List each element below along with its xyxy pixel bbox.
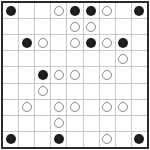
cell-r9c7[interactable] xyxy=(100,132,115,147)
cell-r1c6[interactable] xyxy=(84,3,99,18)
cell-r4c5[interactable] xyxy=(67,51,82,66)
cell-r2c9[interactable] xyxy=(132,19,147,34)
cell-r5c8[interactable] xyxy=(116,67,131,82)
cell-r6c1[interactable] xyxy=(3,84,18,99)
cell-r9c5[interactable] xyxy=(67,132,82,147)
cell-r9c8[interactable] xyxy=(116,132,131,147)
cell-r5c6[interactable] xyxy=(84,67,99,82)
white-pearl xyxy=(102,134,112,144)
cell-r1c2[interactable] xyxy=(19,3,34,18)
white-pearl xyxy=(70,22,80,32)
black-pearl xyxy=(6,6,16,16)
cell-r4c3[interactable] xyxy=(35,51,50,66)
cell-r1c4[interactable] xyxy=(51,3,66,18)
cell-r8c4[interactable] xyxy=(51,116,66,131)
cell-r3c8[interactable] xyxy=(116,35,131,50)
cell-r1c5[interactable] xyxy=(67,3,82,18)
masyu-board xyxy=(1,1,149,149)
cell-r8c9[interactable] xyxy=(132,116,147,131)
cell-r7c9[interactable] xyxy=(132,100,147,115)
cell-r7c7[interactable] xyxy=(100,100,115,115)
cell-r5c4[interactable] xyxy=(51,67,66,82)
white-pearl xyxy=(70,38,80,48)
white-pearl xyxy=(54,102,64,112)
cell-r5c1[interactable] xyxy=(3,67,18,82)
black-pearl xyxy=(38,70,48,80)
cell-r3c5[interactable] xyxy=(67,35,82,50)
cell-r3c3[interactable] xyxy=(35,35,50,50)
cell-r6c2[interactable] xyxy=(19,84,34,99)
cell-r7c3[interactable] xyxy=(35,100,50,115)
cell-r2c1[interactable] xyxy=(3,19,18,34)
black-pearl xyxy=(86,6,96,16)
cell-r4c1[interactable] xyxy=(3,51,18,66)
cell-r7c5[interactable] xyxy=(67,100,82,115)
cell-r5c3[interactable] xyxy=(35,67,50,82)
cell-r6c3[interactable] xyxy=(35,84,50,99)
white-pearl xyxy=(118,102,128,112)
cell-r9c3[interactable] xyxy=(35,132,50,147)
cell-r1c8[interactable] xyxy=(116,3,131,18)
cell-r2c6[interactable] xyxy=(84,19,99,34)
white-pearl xyxy=(102,38,112,48)
cell-r9c4[interactable] xyxy=(51,132,66,147)
cell-r9c2[interactable] xyxy=(19,132,34,147)
cell-r3c9[interactable] xyxy=(132,35,147,50)
cell-r9c6[interactable] xyxy=(84,132,99,147)
cell-r3c2[interactable] xyxy=(19,35,34,50)
black-pearl xyxy=(70,6,80,16)
cell-r4c4[interactable] xyxy=(51,51,66,66)
cell-r3c1[interactable] xyxy=(3,35,18,50)
white-pearl xyxy=(70,102,80,112)
white-pearl xyxy=(102,70,112,80)
cell-r4c2[interactable] xyxy=(19,51,34,66)
cell-r3c6[interactable] xyxy=(84,35,99,50)
black-pearl xyxy=(54,134,64,144)
cell-r1c1[interactable] xyxy=(3,3,18,18)
cell-r9c9[interactable] xyxy=(132,132,147,147)
cell-r3c4[interactable] xyxy=(51,35,66,50)
cell-r6c9[interactable] xyxy=(132,84,147,99)
cell-r9c1[interactable] xyxy=(3,132,18,147)
cell-r2c7[interactable] xyxy=(100,19,115,34)
cell-r1c7[interactable] xyxy=(100,3,115,18)
cell-r2c5[interactable] xyxy=(67,19,82,34)
white-pearl xyxy=(70,70,80,80)
cell-r6c7[interactable] xyxy=(100,84,115,99)
white-pearl xyxy=(102,6,112,16)
cell-r2c3[interactable] xyxy=(35,19,50,34)
black-pearl xyxy=(22,38,32,48)
white-pearl xyxy=(38,38,48,48)
black-pearl xyxy=(134,6,144,16)
cell-r1c3[interactable] xyxy=(35,3,50,18)
cell-r1c9[interactable] xyxy=(132,3,147,18)
cell-r7c4[interactable] xyxy=(51,100,66,115)
white-pearl xyxy=(38,86,48,96)
cell-r4c7[interactable] xyxy=(100,51,115,66)
cell-r4c9[interactable] xyxy=(132,51,147,66)
cell-r6c5[interactable] xyxy=(67,84,82,99)
black-pearl xyxy=(118,38,128,48)
cell-r8c3[interactable] xyxy=(35,116,50,131)
white-pearl xyxy=(86,22,96,32)
cell-r5c5[interactable] xyxy=(67,67,82,82)
cell-r6c6[interactable] xyxy=(84,84,99,99)
black-pearl xyxy=(134,134,144,144)
cell-r4c6[interactable] xyxy=(84,51,99,66)
cell-r2c4[interactable] xyxy=(51,19,66,34)
cell-r8c7[interactable] xyxy=(100,116,115,131)
cell-r6c4[interactable] xyxy=(51,84,66,99)
cell-r3c7[interactable] xyxy=(100,35,115,50)
cell-r8c6[interactable] xyxy=(84,116,99,131)
black-pearl xyxy=(6,134,16,144)
white-pearl xyxy=(22,102,32,112)
cell-r5c2[interactable] xyxy=(19,67,34,82)
cell-r8c5[interactable] xyxy=(67,116,82,131)
cell-r5c7[interactable] xyxy=(100,67,115,82)
cell-r4c8[interactable] xyxy=(116,51,131,66)
white-pearl xyxy=(54,118,64,128)
cell-r5c9[interactable] xyxy=(132,67,147,82)
cell-r8c2[interactable] xyxy=(19,116,34,131)
white-pearl xyxy=(102,102,112,112)
white-pearl xyxy=(118,54,128,64)
white-pearl xyxy=(54,70,64,80)
cell-r7c8[interactable] xyxy=(116,100,131,115)
cell-r6c8[interactable] xyxy=(116,84,131,99)
cell-r8c8[interactable] xyxy=(116,116,131,131)
cell-r2c8[interactable] xyxy=(116,19,131,34)
white-pearl xyxy=(54,6,64,16)
black-pearl xyxy=(86,38,96,48)
cell-r7c6[interactable] xyxy=(84,100,99,115)
cell-r7c1[interactable] xyxy=(3,100,18,115)
cell-r2c2[interactable] xyxy=(19,19,34,34)
cell-r7c2[interactable] xyxy=(19,100,34,115)
cell-r8c1[interactable] xyxy=(3,116,18,131)
